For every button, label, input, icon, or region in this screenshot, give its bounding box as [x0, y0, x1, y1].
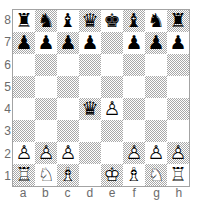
square-g2[interactable]: ♟: [145, 142, 167, 164]
square-g7[interactable]: ♟: [145, 32, 167, 54]
piece-black-rook[interactable]: ♜: [167, 10, 189, 32]
square-c1[interactable]: ♝: [57, 164, 79, 186]
square-e2[interactable]: [101, 142, 123, 164]
square-g8[interactable]: ♞: [145, 10, 167, 32]
piece-black-rook[interactable]: ♜: [13, 10, 35, 32]
square-a3[interactable]: [13, 120, 35, 142]
square-f5[interactable]: [123, 76, 145, 98]
square-f2[interactable]: ♟: [123, 142, 145, 164]
square-f8[interactable]: ♝: [123, 10, 145, 32]
file-label-g: g: [146, 187, 168, 200]
square-d7[interactable]: ♟: [79, 32, 101, 54]
square-c2[interactable]: ♟: [57, 142, 79, 164]
file-label-f: f: [123, 187, 145, 200]
square-g6[interactable]: [145, 54, 167, 76]
piece-white-bishop[interactable]: ♝: [57, 164, 79, 186]
square-a1[interactable]: ♜: [13, 164, 35, 186]
piece-white-rook[interactable]: ♜: [167, 164, 189, 186]
square-e6[interactable]: [101, 54, 123, 76]
square-a5[interactable]: [13, 76, 35, 98]
piece-black-pawn[interactable]: ♟: [35, 32, 57, 54]
square-a2[interactable]: ♟: [13, 142, 35, 164]
piece-white-king[interactable]: ♚: [101, 164, 123, 186]
square-a6[interactable]: [13, 54, 35, 76]
square-b4[interactable]: [35, 98, 57, 120]
file-label-e: e: [101, 187, 123, 200]
square-c8[interactable]: ♝: [57, 10, 79, 32]
square-h8[interactable]: ♜: [167, 10, 189, 32]
piece-black-pawn[interactable]: ♟: [13, 32, 35, 54]
square-h5[interactable]: [167, 76, 189, 98]
square-h7[interactable]: ♟: [167, 32, 189, 54]
square-h3[interactable]: [167, 120, 189, 142]
piece-white-knight[interactable]: ♞: [35, 164, 57, 186]
square-h6[interactable]: [167, 54, 189, 76]
file-label-d: d: [79, 187, 101, 200]
square-a8[interactable]: ♜: [13, 10, 35, 32]
square-h4[interactable]: [167, 98, 189, 120]
rank-label-2: 2: [0, 143, 11, 165]
piece-white-pawn[interactable]: ♟: [35, 142, 57, 164]
square-h1[interactable]: ♜: [167, 164, 189, 186]
chess-diagram: 87654321 ♜♞♝♛♚♝♞♜♟♟♟♟♟♟♟♛♟♟♟♟♟♟♟♜♞♝♚♝♞♜ …: [0, 0, 200, 200]
square-b7[interactable]: ♟: [35, 32, 57, 54]
piece-white-bishop[interactable]: ♝: [123, 164, 145, 186]
square-g5[interactable]: [145, 76, 167, 98]
piece-black-pawn[interactable]: ♟: [167, 32, 189, 54]
square-b5[interactable]: [35, 76, 57, 98]
square-b8[interactable]: ♞: [35, 10, 57, 32]
file-label-h: h: [168, 187, 190, 200]
square-g3[interactable]: [145, 120, 167, 142]
piece-white-pawn[interactable]: ♟: [57, 142, 79, 164]
square-b6[interactable]: [35, 54, 57, 76]
square-g4[interactable]: [145, 98, 167, 120]
rank-label-7: 7: [0, 31, 11, 53]
square-b3[interactable]: [35, 120, 57, 142]
square-d1[interactable]: [79, 164, 101, 186]
square-d5[interactable]: [79, 76, 101, 98]
piece-black-bishop[interactable]: ♝: [123, 10, 145, 32]
square-e1[interactable]: ♚: [101, 164, 123, 186]
file-labels: abcdefgh: [12, 187, 190, 200]
rank-label-5: 5: [0, 76, 11, 98]
piece-black-queen[interactable]: ♛: [79, 98, 101, 120]
rank-label-3: 3: [0, 120, 11, 142]
piece-white-pawn[interactable]: ♟: [13, 142, 35, 164]
square-d3[interactable]: [79, 120, 101, 142]
square-g1[interactable]: ♞: [145, 164, 167, 186]
square-d6[interactable]: [79, 54, 101, 76]
square-d4[interactable]: ♛: [79, 98, 101, 120]
chess-board: ♜♞♝♛♚♝♞♜♟♟♟♟♟♟♟♛♟♟♟♟♟♟♟♜♞♝♚♝♞♜: [12, 9, 190, 187]
square-c3[interactable]: [57, 120, 79, 142]
piece-black-bishop[interactable]: ♝: [57, 10, 79, 32]
square-f1[interactable]: ♝: [123, 164, 145, 186]
rank-label-6: 6: [0, 54, 11, 76]
piece-white-pawn[interactable]: ♟: [145, 142, 167, 164]
square-a4[interactable]: [13, 98, 35, 120]
square-h2[interactable]: ♟: [167, 142, 189, 164]
piece-black-queen[interactable]: ♛: [79, 10, 101, 32]
piece-black-knight[interactable]: ♞: [35, 10, 57, 32]
rank-labels: 87654321: [0, 9, 12, 187]
piece-black-knight[interactable]: ♞: [145, 10, 167, 32]
rank-label-4: 4: [0, 98, 11, 120]
square-b2[interactable]: ♟: [35, 142, 57, 164]
square-c5[interactable]: [57, 76, 79, 98]
rank-label-1: 1: [0, 165, 11, 187]
file-label-c: c: [57, 187, 79, 200]
piece-white-pawn[interactable]: ♟: [123, 142, 145, 164]
file-label-a: a: [12, 187, 34, 200]
square-b1[interactable]: ♞: [35, 164, 57, 186]
square-f6[interactable]: [123, 54, 145, 76]
rank-label-8: 8: [0, 9, 11, 31]
square-e3[interactable]: [101, 120, 123, 142]
square-c7[interactable]: ♟: [57, 32, 79, 54]
piece-black-pawn[interactable]: ♟: [145, 32, 167, 54]
square-e4[interactable]: ♟: [101, 98, 123, 120]
square-d2[interactable]: [79, 142, 101, 164]
piece-white-pawn[interactable]: ♟: [167, 142, 189, 164]
piece-white-pawn[interactable]: ♟: [101, 98, 123, 120]
square-f4[interactable]: [123, 98, 145, 120]
square-c6[interactable]: [57, 54, 79, 76]
square-e8[interactable]: ♚: [101, 10, 123, 32]
square-f3[interactable]: [123, 120, 145, 142]
piece-black-pawn[interactable]: ♟: [57, 32, 79, 54]
square-e7[interactable]: [101, 32, 123, 54]
square-c4[interactable]: [57, 98, 79, 120]
square-a7[interactable]: ♟: [13, 32, 35, 54]
square-d8[interactable]: ♛: [79, 10, 101, 32]
piece-white-rook[interactable]: ♜: [13, 164, 35, 186]
piece-black-pawn[interactable]: ♟: [79, 32, 101, 54]
piece-black-pawn[interactable]: ♟: [123, 32, 145, 54]
file-label-b: b: [34, 187, 56, 200]
piece-white-knight[interactable]: ♞: [145, 164, 167, 186]
square-f7[interactable]: ♟: [123, 32, 145, 54]
piece-black-king[interactable]: ♚: [101, 10, 123, 32]
square-e5[interactable]: [101, 76, 123, 98]
